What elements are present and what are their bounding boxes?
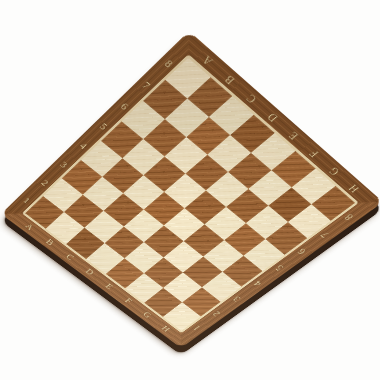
chess-board: AA11BB22CC33DD44EE55FF66GG77HH88 <box>1 31 380 348</box>
photo-background: AA11BB22CC33DD44EE55FF66GG77HH88 <box>0 0 380 380</box>
playing-field <box>25 58 355 331</box>
